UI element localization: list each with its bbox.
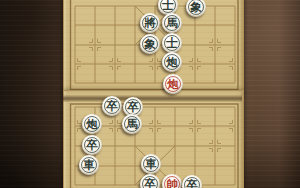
piece-character: 卒: [144, 179, 156, 188]
piece-character: 象: [190, 2, 202, 14]
black-cannon[interactable]: 炮: [162, 52, 182, 72]
black-advisor[interactable]: 士: [162, 33, 182, 53]
piece-character: 炮: [167, 79, 179, 91]
piece-character: 卒: [186, 180, 198, 188]
piece-character: 將: [144, 18, 156, 30]
black-soldier[interactable]: 卒: [182, 175, 202, 188]
piece-character: 卒: [86, 140, 98, 152]
piece-character: 馬: [166, 18, 178, 30]
piece-character: 車: [145, 159, 157, 171]
black-soldier[interactable]: 卒: [102, 96, 122, 116]
piece-character: 帥: [166, 179, 178, 188]
black-soldier[interactable]: 卒: [82, 135, 102, 155]
black-horse[interactable]: 馬: [122, 114, 142, 134]
black-chariot[interactable]: 車: [141, 154, 161, 174]
piece-character: 馬: [126, 119, 138, 131]
piece-character: 炮: [166, 57, 178, 69]
piece-character: 車: [83, 160, 95, 172]
piece-character: 卒: [106, 101, 118, 113]
black-chariot[interactable]: 車: [79, 155, 99, 175]
pieces-layer: 士象將馬象士炮炮卒卒炮馬卒車車卒帥卒: [0, 0, 300, 188]
table-surface: 士象將馬象士炮炮卒卒炮馬卒車車卒帥卒: [0, 0, 300, 188]
black-general[interactable]: 將: [140, 13, 160, 33]
black-elephant[interactable]: 象: [186, 0, 206, 17]
black-soldier[interactable]: 卒: [140, 174, 160, 188]
red-general[interactable]: 帥: [162, 174, 182, 188]
black-horse[interactable]: 馬: [162, 13, 182, 33]
piece-character: 士: [162, 0, 174, 11]
piece-character: 象: [144, 39, 156, 51]
red-cannon[interactable]: 炮: [163, 74, 183, 94]
piece-character: 卒: [127, 102, 139, 114]
black-elephant[interactable]: 象: [140, 34, 160, 54]
piece-character: 炮: [86, 119, 98, 131]
piece-character: 士: [166, 38, 178, 50]
black-cannon[interactable]: 炮: [82, 114, 102, 134]
